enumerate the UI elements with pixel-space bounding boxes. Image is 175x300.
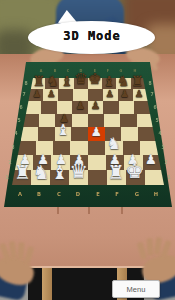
rank-label-left-2: 2 (9, 160, 12, 165)
white-king-g1[interactable]: ♚ (125, 161, 143, 182)
rank-label-left-4: 4 (14, 132, 17, 137)
file-label-front-E: E (96, 191, 100, 196)
table-leg (42, 268, 52, 300)
rank-label-right-8: 8 (149, 81, 152, 86)
mode-label: 3D Mode (38, 29, 146, 43)
rank-label-left-7: 7 (22, 93, 25, 98)
black-pawn-b7[interactable]: ♟ (47, 89, 56, 99)
rank-label-left-8: 8 (24, 81, 27, 86)
white-queen-d1[interactable]: ♛ (69, 161, 87, 182)
black-pawn-a7[interactable]: ♟ (32, 89, 41, 99)
white-pawn-h2[interactable]: ♟ (145, 153, 157, 166)
black-king-e8[interactable]: ♚ (88, 72, 102, 87)
white-rook-f1[interactable]: ♜ (107, 163, 124, 182)
black-rook-a8[interactable]: ♜ (32, 74, 45, 88)
rank-label-left-6: 6 (20, 105, 23, 110)
file-label-front-A: A (18, 191, 22, 196)
rank-label-left-5: 5 (17, 118, 20, 123)
black-pawn-f7[interactable]: ♟ (106, 89, 115, 99)
file-label-front-F: F (115, 191, 119, 196)
black-bishop-f8[interactable]: ♝ (103, 74, 116, 88)
file-label-front-D: D (76, 191, 80, 196)
rank-label-right-2: 2 (164, 160, 167, 165)
white-rook-a1[interactable]: ♜ (14, 163, 31, 182)
black-pawn-g7[interactable]: ♟ (120, 89, 129, 99)
black-pawn-h7[interactable]: ♟ (135, 89, 144, 99)
menu-button[interactable]: Menu (112, 280, 160, 298)
black-knight-g8[interactable]: ♞ (117, 74, 130, 88)
white-bishop-c1[interactable]: ♝ (51, 163, 68, 182)
rank-label-right-6: 6 (153, 105, 156, 110)
black-pawn-e6[interactable]: ♟ (91, 101, 101, 112)
app-screen: AABBCCDDEEFFGGHH1122334455667788 ♜♞♝♛♚♝♞… (0, 0, 175, 300)
white-knight-b1[interactable]: ♞ (33, 163, 50, 182)
file-label-front-C: C (57, 191, 61, 196)
file-label-front-G: G (134, 191, 138, 196)
rank-label-left-3: 3 (12, 146, 15, 151)
black-pawn-d6[interactable]: ♟ (76, 101, 86, 112)
rank-label-right-1: 1 (167, 175, 170, 180)
rank-label-right-5: 5 (156, 118, 159, 123)
board-rank-row-6[interactable] (26, 101, 150, 114)
black-rook-h8[interactable]: ♜ (131, 74, 144, 88)
black-bishop-c8[interactable]: ♝ (61, 74, 74, 88)
rank-label-left-1: 1 (6, 175, 9, 180)
file-label-front-B: B (37, 191, 41, 196)
white-bishop-c4[interactable]: ♝ (56, 123, 69, 138)
rank-label-right-3: 3 (161, 146, 164, 151)
board-rank-row-5[interactable] (23, 114, 152, 127)
black-knight-b8[interactable]: ♞ (47, 74, 60, 88)
white-pawn-e4[interactable]: ♟ (91, 126, 102, 138)
finger (146, 238, 153, 256)
file-label-front-H: H (154, 191, 158, 196)
rank-label-right-7: 7 (151, 93, 154, 98)
board-rank-row-4[interactable] (21, 127, 156, 141)
rank-label-right-4: 4 (158, 132, 161, 137)
black-queen-d8[interactable]: ♛ (74, 72, 88, 87)
white-knight-f3[interactable]: ♞ (107, 136, 121, 152)
menu-button-label: Menu (127, 285, 146, 294)
